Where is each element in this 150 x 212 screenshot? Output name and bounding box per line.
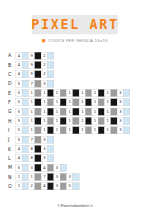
color-cell-azzurro bbox=[47, 136, 54, 143]
code-row: K483 bbox=[8, 145, 150, 152]
title-banner: PIXEL ART bbox=[32, 15, 118, 34]
code-row: M5343 bbox=[8, 164, 150, 171]
color-cell-azzurro bbox=[123, 99, 130, 106]
credit-text: ©Pianetabambini.it bbox=[0, 203, 150, 207]
color-cell-azzurro bbox=[123, 117, 130, 124]
color-cell-azzurro bbox=[47, 145, 54, 152]
color-cell-azzurro bbox=[73, 183, 80, 190]
code-grid: A492B492C492D573E511111113F511111113G511… bbox=[8, 52, 150, 190]
code-row: H511111113 bbox=[8, 117, 150, 124]
code-row: C492 bbox=[8, 71, 150, 78]
subtitle-line: ■ CODICE PER GRIGLIA 15x15 bbox=[0, 38, 150, 43]
color-cell-azzurro bbox=[47, 155, 54, 162]
page-title: PIXEL ART bbox=[31, 17, 118, 32]
code-row: E511111113 bbox=[8, 89, 150, 96]
code-row: D573 bbox=[8, 80, 150, 87]
worksheet-page: PIXEL ART ■ CODICE PER GRIGLIA 15x15 A49… bbox=[0, 15, 150, 212]
orange-square-icon: ■ bbox=[42, 38, 46, 42]
color-cell-azzurro bbox=[123, 127, 130, 134]
color-cell-azzurro bbox=[47, 71, 54, 78]
color-cell-azzurro bbox=[73, 173, 80, 180]
color-cell-azzurro bbox=[60, 164, 67, 171]
code-row: B492 bbox=[8, 61, 150, 68]
code-row: J573 bbox=[8, 136, 150, 143]
color-cell-azzurro bbox=[123, 89, 130, 96]
subtitle-text: CODICE PER GRIGLIA 15x15 bbox=[48, 38, 108, 43]
code-row: L483 bbox=[8, 155, 150, 162]
code-row: N11733 bbox=[8, 173, 150, 180]
code-row: G511111113 bbox=[8, 108, 150, 115]
color-cell-azzurro bbox=[47, 61, 54, 68]
color-cell-azzurro bbox=[47, 80, 54, 87]
code-row: I511111113 bbox=[8, 127, 150, 134]
code-row: O12435 bbox=[8, 183, 150, 190]
code-row: F511111113 bbox=[8, 99, 150, 106]
color-cell-azzurro bbox=[47, 52, 54, 59]
code-row: A492 bbox=[8, 52, 150, 59]
color-cell-azzurro bbox=[123, 108, 130, 115]
